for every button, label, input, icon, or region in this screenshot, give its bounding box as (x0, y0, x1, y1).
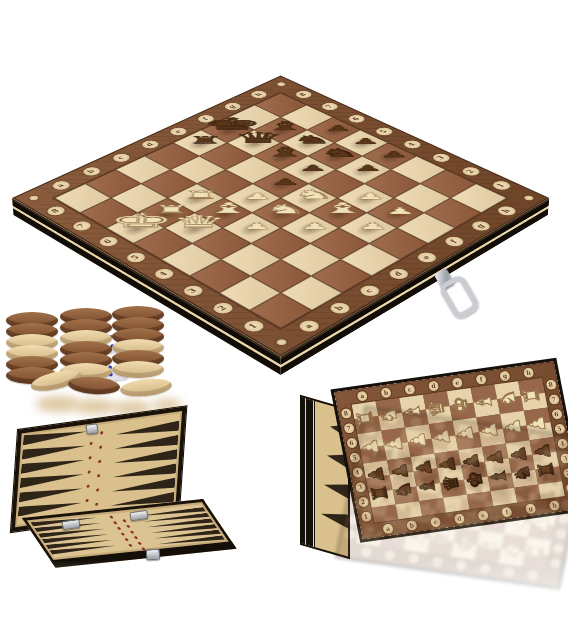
coordinate-medallion: 2 (208, 300, 238, 317)
nail-dot (122, 519, 127, 522)
coordinate-medallion: 7 (67, 219, 95, 234)
chess-piece-black-p: ♟ (328, 137, 404, 145)
coordinate-medallion: d (137, 138, 163, 150)
nail-dot (87, 485, 90, 488)
chess-piece-white-b: ♝ (480, 533, 499, 559)
coordinate-medallion: 6 (94, 234, 122, 249)
nail-dot (98, 460, 101, 463)
product-photo-stage: abcdefgh abcdefgh 87654321 87654321 ♚♝♟♜… (0, 0, 568, 640)
chess-piece-white-p: ♟ (414, 495, 433, 521)
chess-piece-black-r: ♜ (375, 442, 394, 468)
coordinate-medallion: 1 (363, 425, 377, 438)
coordinate-medallion: c (354, 283, 383, 299)
chess-piece-black-n: ♞ (399, 446, 418, 472)
coordinate-medallion: d (384, 266, 413, 282)
coordinate-medallion: h (551, 436, 565, 449)
chess-piece-white-p: ♟ (485, 505, 504, 531)
coordinate-medallion: 8 (42, 204, 69, 218)
backgammon-point (23, 426, 87, 445)
nail-dot (97, 474, 100, 477)
checker-disc-cream (112, 361, 164, 378)
coordinate-medallion: 8 (544, 378, 558, 391)
chess-piece-white-b: ♝ (476, 389, 495, 415)
coordinate-medallion: b (324, 300, 354, 317)
nail-dot (137, 542, 142, 545)
nail-dot (88, 470, 91, 473)
coordinate-medallion: 8 (339, 406, 353, 419)
nail-dot (89, 442, 92, 445)
coordinate-medallion: e (480, 426, 494, 439)
nail-dot (109, 516, 114, 519)
coordinate-medallion: e (412, 250, 440, 265)
nail-dot (133, 536, 138, 539)
chess-piece-black-n: ♞ (518, 462, 537, 488)
coordinate-medallion: 1 (238, 318, 268, 335)
chess-piece-white-r: ♜ (361, 517, 380, 543)
coordinate-medallion: f (440, 234, 468, 249)
coordinate-medallion: 3 (178, 283, 207, 299)
chess-piece-white-p: ♟ (533, 512, 552, 538)
backgammon-point (324, 478, 348, 499)
coordinate-medallion: 7 (546, 392, 560, 405)
coordinate-medallion: b (379, 386, 393, 399)
box-edge-stripes (302, 397, 315, 547)
chess-piece-black-r: ♜ (542, 466, 561, 492)
coordinate-medallion: d (456, 423, 470, 436)
coordinate-medallion: b (78, 165, 104, 178)
coordinate-medallion: f (474, 372, 488, 385)
checkers-and-dice-group (4, 280, 179, 402)
coordinate-medallion: g (498, 369, 512, 382)
chess-piece-white-n: ♞ (503, 537, 522, 563)
chess-piece-white-p: ♟ (366, 489, 385, 515)
coordinate-medallion: d (426, 379, 440, 392)
nail-dot (130, 530, 135, 533)
chess-piece-black-p: ♟ (301, 124, 376, 132)
nail-dot (113, 521, 118, 524)
chess-piece-white-q: ♛ (432, 527, 451, 553)
chess-piece-black-p: ♟ (246, 177, 325, 186)
coordinate-medallion: 6 (344, 436, 358, 449)
nail-dot (120, 532, 125, 535)
chess-piece-white-p: ♟ (438, 499, 457, 525)
chess-piece-black-q: ♛ (447, 452, 466, 478)
reflection-fade (0, 560, 568, 640)
chess-piece-white-k: ♚ (456, 530, 475, 556)
nail-dot (100, 431, 103, 434)
coordinate-medallion: a (355, 389, 369, 402)
nail-dot (96, 488, 99, 491)
chess-piece-black-p: ♟ (329, 164, 407, 173)
chess-piece-white-n: ♞ (499, 386, 518, 412)
coordinate-medallion: 6 (553, 528, 567, 541)
coordinate-medallion: 5 (556, 513, 568, 526)
chess-piece-white-b: ♝ (408, 523, 427, 549)
coordinate-medallion: a (385, 413, 399, 426)
nail-dot (117, 527, 122, 530)
nail-dot (99, 445, 102, 448)
coordinate-medallion: h (493, 204, 520, 218)
coordinate-medallion: 5 (552, 422, 566, 435)
chess-piece-white-n: ♞ (385, 520, 404, 546)
nail-dot (124, 538, 129, 541)
coordinate-medallion: 2 (457, 165, 483, 178)
coordinate-medallion: c (403, 382, 417, 395)
chess-piece-white-r: ♜ (523, 382, 542, 408)
chess-piece-black-b: ♝ (423, 449, 442, 475)
case-clasp-icon (85, 423, 98, 435)
coordinate-medallion: b (409, 416, 423, 429)
coordinate-medallion: 5 (121, 250, 149, 265)
chess-piece-black-k: ♚ (470, 456, 489, 482)
coordinate-medallion: g (527, 433, 541, 446)
nail-dot (88, 456, 91, 459)
coordinate-medallion: g (466, 219, 494, 234)
coordinate-medallion: 4 (559, 498, 568, 511)
chess-piece-white-p: ♟ (461, 502, 480, 528)
nail-dot (95, 503, 98, 506)
coordinate-medallion: e (450, 376, 464, 389)
nail-dot (126, 525, 131, 528)
coordinate-medallion: 7 (550, 542, 564, 555)
chess-piece-white-k: ♚ (452, 392, 471, 418)
coordinate-medallion: 3 (562, 483, 568, 496)
chess-piece-black-b: ♝ (494, 459, 513, 485)
case-clasp-icon (146, 549, 161, 561)
chess-piece-white-p: ♟ (390, 492, 409, 518)
nail-dot (128, 544, 133, 547)
nail-dot (86, 499, 89, 502)
folded-magnetic-board: abcdefghabcdefgh8765432187654321♜♞♝♛♚♝♞♜… (296, 384, 568, 564)
coordinate-medallion: 6 (549, 407, 563, 420)
coordinate-medallion: a (359, 546, 373, 559)
coordinate-medallion: h (521, 366, 535, 379)
coordinate-medallion: c (432, 420, 446, 433)
coordinate-medallion: f (504, 430, 518, 443)
checker-disc-cream (119, 376, 172, 398)
coordinate-medallion: a (293, 318, 323, 335)
chess-piece-white-p: ♟ (509, 509, 528, 535)
